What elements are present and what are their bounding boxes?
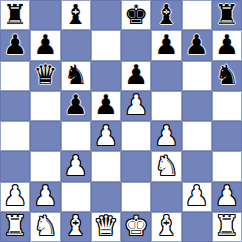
square-f5[interactable] <box>151 91 181 121</box>
piece-white-pawn[interactable]: ♟ <box>94 122 118 149</box>
square-e3[interactable] <box>121 151 151 181</box>
piece-black-knight[interactable]: ♞ <box>64 61 88 88</box>
piece-black-pawn[interactable]: ♟ <box>185 31 209 58</box>
square-c4[interactable] <box>61 121 91 151</box>
square-f8[interactable]: ♝ <box>151 0 181 30</box>
piece-black-pawn[interactable]: ♟ <box>124 61 148 88</box>
piece-white-rook[interactable]: ♜ <box>3 212 27 239</box>
square-g3[interactable] <box>182 151 212 181</box>
square-d1[interactable]: ♛ <box>91 212 121 242</box>
square-h2[interactable]: ♟ <box>212 182 242 212</box>
square-a8[interactable]: ♜ <box>0 0 30 30</box>
square-g5[interactable] <box>182 91 212 121</box>
square-d7[interactable] <box>91 30 121 60</box>
piece-black-pawn[interactable]: ♟ <box>154 31 178 58</box>
square-d3[interactable] <box>91 151 121 181</box>
square-f6[interactable] <box>151 61 181 91</box>
piece-black-pawn[interactable]: ♟ <box>64 91 88 118</box>
square-f4[interactable]: ♟ <box>151 121 181 151</box>
square-h3[interactable] <box>212 151 242 181</box>
square-g8[interactable] <box>182 0 212 30</box>
square-e7[interactable] <box>121 30 151 60</box>
square-f7[interactable]: ♟ <box>151 30 181 60</box>
square-g4[interactable] <box>182 121 212 151</box>
piece-white-pawn[interactable]: ♟ <box>33 182 57 209</box>
piece-white-bishop[interactable]: ♝ <box>64 212 88 239</box>
square-g6[interactable] <box>182 61 212 91</box>
square-e8[interactable]: ♚ <box>121 0 151 30</box>
square-c6[interactable]: ♞ <box>61 61 91 91</box>
square-e4[interactable] <box>121 121 151 151</box>
square-b4[interactable] <box>30 121 60 151</box>
square-d8[interactable] <box>91 0 121 30</box>
square-f2[interactable] <box>151 182 181 212</box>
square-d6[interactable] <box>91 61 121 91</box>
square-c1[interactable]: ♝ <box>61 212 91 242</box>
square-d4[interactable]: ♟ <box>91 121 121 151</box>
piece-black-bishop[interactable]: ♝ <box>64 1 88 28</box>
square-h8[interactable]: ♜ <box>212 0 242 30</box>
square-e1[interactable]: ♚ <box>121 212 151 242</box>
piece-white-king[interactable]: ♚ <box>124 212 148 239</box>
square-a4[interactable] <box>0 121 30 151</box>
piece-white-pawn[interactable]: ♟ <box>215 182 239 209</box>
piece-black-bishop[interactable]: ♝ <box>154 1 178 28</box>
square-a6[interactable] <box>0 61 30 91</box>
square-b5[interactable] <box>30 91 60 121</box>
square-a5[interactable] <box>0 91 30 121</box>
square-a7[interactable]: ♟ <box>0 30 30 60</box>
piece-black-pawn[interactable]: ♟ <box>94 91 118 118</box>
piece-white-bishop[interactable]: ♝ <box>154 212 178 239</box>
piece-black-knight[interactable]: ♞ <box>215 61 239 88</box>
square-b1[interactable]: ♞ <box>30 212 60 242</box>
piece-black-pawn[interactable]: ♟ <box>3 31 27 58</box>
square-h7[interactable]: ♟ <box>212 30 242 60</box>
piece-white-pawn[interactable]: ♟ <box>154 122 178 149</box>
square-e6[interactable]: ♟ <box>121 61 151 91</box>
square-a2[interactable]: ♟ <box>0 182 30 212</box>
square-b2[interactable]: ♟ <box>30 182 60 212</box>
square-b6[interactable]: ♛ <box>30 61 60 91</box>
square-h5[interactable] <box>212 91 242 121</box>
piece-white-pawn[interactable]: ♟ <box>124 91 148 118</box>
piece-white-knight[interactable]: ♞ <box>33 212 57 239</box>
piece-black-rook[interactable]: ♜ <box>3 1 27 28</box>
square-f1[interactable]: ♝ <box>151 212 181 242</box>
piece-white-knight[interactable]: ♞ <box>154 152 178 179</box>
piece-black-pawn[interactable]: ♟ <box>215 31 239 58</box>
square-a3[interactable] <box>0 151 30 181</box>
piece-black-pawn[interactable]: ♟ <box>33 31 57 58</box>
piece-black-rook[interactable]: ♜ <box>215 1 239 28</box>
square-g2[interactable]: ♟ <box>182 182 212 212</box>
square-h1[interactable]: ♜ <box>212 212 242 242</box>
square-c3[interactable]: ♟ <box>61 151 91 181</box>
square-c2[interactable] <box>61 182 91 212</box>
piece-white-queen[interactable]: ♛ <box>94 212 118 239</box>
piece-white-pawn[interactable]: ♟ <box>185 182 209 209</box>
piece-white-pawn[interactable]: ♟ <box>64 152 88 179</box>
square-c8[interactable]: ♝ <box>61 0 91 30</box>
square-f3[interactable]: ♞ <box>151 151 181 181</box>
square-b3[interactable] <box>30 151 60 181</box>
square-a1[interactable]: ♜ <box>0 212 30 242</box>
square-c5[interactable]: ♟ <box>61 91 91 121</box>
square-d5[interactable]: ♟ <box>91 91 121 121</box>
piece-black-queen[interactable]: ♛ <box>33 61 57 88</box>
piece-white-rook[interactable]: ♜ <box>215 212 239 239</box>
square-b8[interactable] <box>30 0 60 30</box>
square-g7[interactable]: ♟ <box>182 30 212 60</box>
square-e5[interactable]: ♟ <box>121 91 151 121</box>
square-b7[interactable]: ♟ <box>30 30 60 60</box>
square-h6[interactable]: ♞ <box>212 61 242 91</box>
square-e2[interactable] <box>121 182 151 212</box>
piece-white-pawn[interactable]: ♟ <box>3 182 27 209</box>
square-g1[interactable] <box>182 212 212 242</box>
square-d2[interactable] <box>91 182 121 212</box>
square-h4[interactable] <box>212 121 242 151</box>
piece-black-king[interactable]: ♚ <box>124 1 148 28</box>
square-c7[interactable] <box>61 30 91 60</box>
chess-board: ♜♝♚♝♜♟♟♟♟♟♛♞♟♞♟♟♟♟♟♟♞♟♟♟♟♜♞♝♛♚♝♜ <box>0 0 242 242</box>
